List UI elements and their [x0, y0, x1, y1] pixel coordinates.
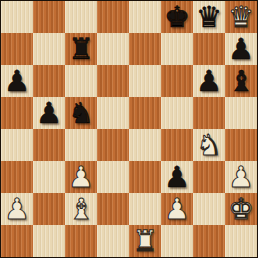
square-c4[interactable]	[65, 129, 97, 161]
chess-board: ♚♛♛♜♟♟♟♝♟♞♞♟♟♟♟♝♟♚♜	[1, 1, 257, 257]
black-rook-c7[interactable]: ♜	[65, 33, 97, 65]
square-e8[interactable]	[129, 1, 161, 33]
white-pawn-c3[interactable]: ♟	[65, 161, 97, 193]
square-f4[interactable]	[161, 129, 193, 161]
square-f5[interactable]	[161, 97, 193, 129]
square-d2[interactable]	[97, 193, 129, 225]
square-b5[interactable]: ♟	[33, 97, 65, 129]
square-h7[interactable]: ♟	[225, 33, 257, 65]
square-h5[interactable]	[225, 97, 257, 129]
square-d4[interactable]	[97, 129, 129, 161]
square-d7[interactable]	[97, 33, 129, 65]
square-b8[interactable]	[33, 1, 65, 33]
square-f1[interactable]	[161, 225, 193, 257]
black-pawn-a6[interactable]: ♟	[1, 65, 33, 97]
square-c7[interactable]: ♜	[65, 33, 97, 65]
square-a5[interactable]	[1, 97, 33, 129]
square-h2[interactable]: ♚	[225, 193, 257, 225]
square-a4[interactable]	[1, 129, 33, 161]
white-knight-g4[interactable]: ♞	[193, 129, 225, 161]
square-b1[interactable]	[33, 225, 65, 257]
black-knight-c5[interactable]: ♞	[65, 97, 97, 129]
square-b4[interactable]	[33, 129, 65, 161]
square-a7[interactable]	[1, 33, 33, 65]
square-e1[interactable]: ♜	[129, 225, 161, 257]
square-a8[interactable]	[1, 1, 33, 33]
square-h1[interactable]	[225, 225, 257, 257]
white-pawn-h3[interactable]: ♟	[225, 161, 257, 193]
square-a2[interactable]: ♟	[1, 193, 33, 225]
square-c2[interactable]: ♝	[65, 193, 97, 225]
square-e6[interactable]	[129, 65, 161, 97]
black-queen-g8[interactable]: ♛	[193, 1, 225, 33]
square-g8[interactable]: ♛	[193, 1, 225, 33]
square-g7[interactable]	[193, 33, 225, 65]
black-pawn-f3[interactable]: ♟	[161, 161, 193, 193]
square-c5[interactable]: ♞	[65, 97, 97, 129]
square-e3[interactable]	[129, 161, 161, 193]
black-bishop-h6[interactable]: ♝	[225, 65, 257, 97]
white-rook-e1[interactable]: ♜	[129, 225, 161, 257]
white-pawn-f2[interactable]: ♟	[161, 193, 193, 225]
square-e2[interactable]	[129, 193, 161, 225]
square-f3[interactable]: ♟	[161, 161, 193, 193]
square-g3[interactable]	[193, 161, 225, 193]
square-c6[interactable]	[65, 65, 97, 97]
square-h6[interactable]: ♝	[225, 65, 257, 97]
square-f7[interactable]	[161, 33, 193, 65]
square-d1[interactable]	[97, 225, 129, 257]
square-h3[interactable]: ♟	[225, 161, 257, 193]
square-h8[interactable]: ♛	[225, 1, 257, 33]
square-e4[interactable]	[129, 129, 161, 161]
square-g1[interactable]	[193, 225, 225, 257]
square-f6[interactable]	[161, 65, 193, 97]
black-pawn-g6[interactable]: ♟	[193, 65, 225, 97]
square-g4[interactable]: ♞	[193, 129, 225, 161]
square-a1[interactable]	[1, 225, 33, 257]
white-queen-h8[interactable]: ♛	[225, 1, 257, 33]
square-c1[interactable]	[65, 225, 97, 257]
black-pawn-b5[interactable]: ♟	[33, 97, 65, 129]
square-e7[interactable]	[129, 33, 161, 65]
square-a3[interactable]	[1, 161, 33, 193]
square-c8[interactable]	[65, 1, 97, 33]
square-g2[interactable]	[193, 193, 225, 225]
square-b2[interactable]	[33, 193, 65, 225]
white-bishop-c2[interactable]: ♝	[65, 193, 97, 225]
square-b6[interactable]	[33, 65, 65, 97]
square-d6[interactable]	[97, 65, 129, 97]
square-h4[interactable]	[225, 129, 257, 161]
white-king-h2[interactable]: ♚	[225, 193, 257, 225]
square-e5[interactable]	[129, 97, 161, 129]
black-pawn-h7[interactable]: ♟	[225, 33, 257, 65]
square-d5[interactable]	[97, 97, 129, 129]
board-frame: ♚♛♛♜♟♟♟♝♟♞♞♟♟♟♟♝♟♚♜	[0, 0, 258, 258]
square-c3[interactable]: ♟	[65, 161, 97, 193]
square-f2[interactable]: ♟	[161, 193, 193, 225]
square-b3[interactable]	[33, 161, 65, 193]
white-pawn-a2[interactable]: ♟	[1, 193, 33, 225]
black-king-f8[interactable]: ♚	[161, 1, 193, 33]
square-d3[interactable]	[97, 161, 129, 193]
square-g6[interactable]: ♟	[193, 65, 225, 97]
square-a6[interactable]: ♟	[1, 65, 33, 97]
square-g5[interactable]	[193, 97, 225, 129]
square-b7[interactable]	[33, 33, 65, 65]
square-d8[interactable]	[97, 1, 129, 33]
square-f8[interactable]: ♚	[161, 1, 193, 33]
